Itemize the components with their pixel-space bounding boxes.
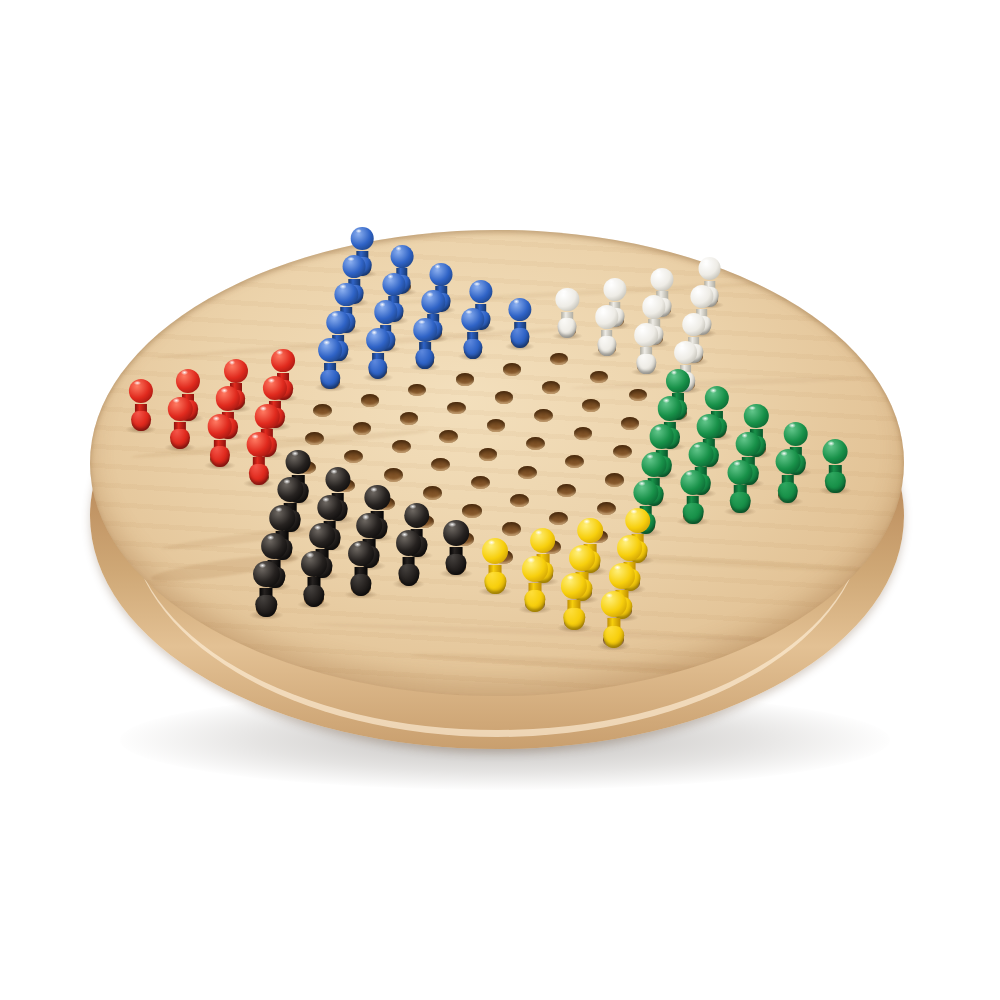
board-hole[interactable] — [502, 522, 521, 536]
peg-head — [609, 563, 635, 589]
peg-specular-highlight — [275, 507, 282, 512]
peg-specular-highlight — [466, 310, 473, 315]
peg-yellow[interactable] — [600, 591, 626, 648]
peg-black[interactable] — [396, 530, 422, 586]
peg-head — [286, 450, 311, 475]
peg-specular-highlight — [268, 378, 275, 383]
peg-specular-highlight — [267, 535, 274, 540]
peg-specular-highlight — [252, 434, 259, 439]
peg-head — [327, 311, 351, 335]
peg-head — [697, 414, 722, 439]
peg-specular-highlight — [348, 257, 354, 262]
peg-base — [558, 318, 577, 338]
peg-head — [689, 442, 714, 467]
peg-specular-highlight — [229, 360, 236, 365]
board-hole[interactable] — [462, 504, 481, 518]
peg-head — [682, 313, 706, 337]
peg-head — [301, 551, 327, 577]
peg-head — [461, 308, 484, 331]
board-hole[interactable] — [384, 468, 403, 481]
peg-specular-highlight — [212, 416, 219, 421]
board-hole[interactable] — [471, 476, 490, 489]
peg-specular-highlight — [354, 542, 361, 547]
peg-head — [569, 545, 595, 571]
peg-specular-highlight — [583, 519, 590, 524]
peg-specular-highlight — [741, 433, 748, 438]
peg-head — [530, 528, 556, 554]
board-hole[interactable] — [518, 466, 537, 479]
board-hole[interactable] — [565, 455, 584, 468]
peg-head — [728, 460, 753, 485]
peg-base — [210, 446, 230, 467]
peg-specular-highlight — [449, 522, 456, 527]
board-hole[interactable] — [503, 363, 521, 376]
peg-specular-highlight — [789, 423, 796, 428]
board-hole[interactable] — [439, 430, 458, 443]
peg-base — [603, 626, 625, 648]
peg-specular-highlight — [221, 388, 228, 393]
peg-head — [168, 397, 192, 421]
peg-specular-highlight — [638, 481, 645, 486]
board-hole[interactable] — [582, 399, 601, 412]
peg-head — [129, 379, 153, 403]
board-hole[interactable] — [392, 440, 411, 453]
peg-head — [522, 556, 548, 582]
peg-head — [651, 268, 674, 291]
peg-head — [365, 485, 390, 510]
board-hole[interactable] — [361, 394, 379, 407]
peg-base — [597, 336, 616, 356]
peg-specular-highlight — [781, 451, 788, 456]
peg-head — [390, 245, 413, 268]
board-hole[interactable] — [353, 422, 372, 435]
board-hole[interactable] — [534, 409, 553, 422]
peg-head — [270, 505, 296, 531]
peg-head — [253, 561, 279, 587]
peg-specular-highlight — [418, 320, 425, 325]
peg-green[interactable] — [775, 449, 800, 503]
peg-base — [463, 339, 482, 359]
peg-head — [680, 470, 705, 495]
peg-head — [482, 538, 508, 564]
peg-green[interactable] — [728, 460, 753, 514]
peg-specular-highlight — [323, 340, 330, 345]
peg-specular-highlight — [575, 547, 582, 552]
peg-head — [595, 305, 618, 328]
board-hole[interactable] — [456, 373, 474, 386]
board-hole[interactable] — [344, 450, 363, 463]
peg-base — [510, 328, 529, 348]
peg-blue[interactable] — [413, 318, 437, 369]
peg-head — [255, 404, 280, 429]
peg-specular-highlight — [733, 461, 740, 466]
peg-head — [784, 422, 809, 447]
peg-head — [775, 449, 800, 474]
peg-head — [561, 573, 587, 599]
peg-specular-highlight — [654, 426, 661, 431]
board-hole[interactable] — [305, 432, 324, 445]
board-hole[interactable] — [542, 381, 560, 394]
peg-green[interactable] — [823, 439, 848, 493]
peg-specular-highlight — [401, 532, 408, 537]
board-hole[interactable] — [431, 458, 450, 471]
peg-head — [633, 480, 658, 505]
peg-specular-highlight — [379, 302, 386, 307]
board-hole[interactable] — [597, 502, 616, 516]
peg-specular-highlight — [362, 514, 369, 519]
peg-green[interactable] — [680, 470, 705, 524]
peg-white[interactable] — [556, 288, 579, 338]
peg-specular-highlight — [291, 451, 298, 456]
board-hole[interactable] — [400, 412, 419, 425]
peg-head — [224, 359, 248, 383]
peg-head — [348, 541, 374, 567]
peg-head — [823, 439, 848, 464]
peg-blue[interactable] — [319, 338, 343, 389]
board-hole[interactable] — [549, 512, 568, 526]
peg-head — [343, 255, 366, 278]
peg-specular-highlight — [614, 565, 621, 570]
board-hole[interactable] — [313, 404, 332, 417]
board-lattice — [0, 0, 1000, 1000]
peg-specular-highlight — [647, 297, 654, 302]
peg-head — [666, 369, 690, 393]
peg-yellow[interactable] — [561, 573, 587, 630]
peg-specular-highlight — [679, 342, 686, 347]
peg-white[interactable] — [634, 323, 658, 374]
peg-head — [247, 432, 272, 457]
peg-red[interactable] — [129, 379, 153, 431]
peg-head — [603, 278, 626, 301]
peg-specular-highlight — [306, 552, 313, 557]
peg-head — [736, 432, 761, 457]
board-hole[interactable] — [557, 484, 576, 497]
peg-specular-highlight — [662, 398, 669, 403]
peg-head — [657, 396, 681, 420]
board-hole[interactable] — [574, 427, 593, 440]
peg-red[interactable] — [207, 414, 232, 467]
peg-head — [278, 477, 303, 502]
peg-yellow[interactable] — [483, 538, 509, 594]
peg-red[interactable] — [168, 397, 192, 450]
peg-specular-highlight — [567, 575, 574, 580]
peg-specular-highlight — [356, 229, 362, 234]
board-hole[interactable] — [629, 389, 647, 402]
peg-head — [335, 283, 358, 306]
peg-specular-highlight — [606, 593, 613, 598]
peg-specular-highlight — [702, 416, 709, 421]
chinese-checkers-photo — [0, 0, 1000, 1000]
board-hole[interactable] — [408, 384, 426, 397]
peg-head — [690, 285, 713, 308]
peg-head — [625, 508, 651, 534]
peg-black[interactable] — [301, 551, 327, 607]
peg-head — [634, 323, 658, 347]
peg-head — [577, 518, 603, 544]
peg-specular-highlight — [340, 284, 346, 289]
peg-base — [351, 574, 372, 596]
peg-head — [396, 530, 422, 556]
peg-head — [649, 424, 674, 449]
peg-specular-highlight — [435, 264, 441, 269]
peg-head — [215, 386, 239, 410]
peg-specular-highlight — [181, 370, 188, 375]
peg-specular-highlight — [276, 350, 283, 355]
peg-base — [730, 492, 751, 513]
peg-blue[interactable] — [366, 328, 390, 379]
peg-black[interactable] — [443, 520, 469, 575]
peg-specular-highlight — [330, 469, 337, 474]
peg-specular-highlight — [703, 259, 709, 264]
peg-head — [317, 495, 342, 520]
peg-head — [469, 280, 492, 303]
peg-specular-highlight — [630, 509, 637, 514]
peg-specular-highlight — [710, 388, 717, 393]
board-hole[interactable] — [447, 402, 466, 415]
peg-head — [641, 452, 666, 477]
peg-blue[interactable] — [508, 298, 531, 348]
peg-red[interactable] — [247, 432, 272, 485]
peg-specular-highlight — [387, 274, 393, 279]
peg-head — [698, 257, 721, 280]
peg-head — [443, 520, 469, 546]
peg-specular-highlight — [371, 330, 378, 335]
board-hole[interactable] — [550, 353, 568, 366]
peg-specular-highlight — [686, 471, 693, 476]
board-hole[interactable] — [605, 473, 624, 486]
peg-specular-highlight — [474, 282, 480, 287]
peg-specular-highlight — [600, 307, 607, 312]
peg-base — [683, 503, 704, 524]
peg-head — [351, 227, 374, 250]
peg-head — [318, 338, 342, 362]
peg-yellow[interactable] — [522, 556, 548, 612]
peg-head — [413, 318, 437, 342]
peg-specular-highlight — [687, 315, 694, 320]
peg-specular-highlight — [488, 540, 495, 545]
peg-white[interactable] — [595, 305, 618, 355]
peg-specular-highlight — [513, 299, 520, 304]
peg-specular-highlight — [370, 487, 377, 492]
peg-head — [309, 523, 335, 549]
peg-blue[interactable] — [461, 308, 484, 359]
board-hole[interactable] — [423, 486, 442, 499]
peg-head — [366, 328, 390, 352]
peg-base — [321, 370, 341, 390]
peg-specular-highlight — [409, 504, 416, 509]
board-hole[interactable] — [510, 494, 529, 508]
peg-head — [263, 376, 287, 400]
peg-head — [508, 298, 531, 321]
peg-head — [556, 288, 579, 311]
peg-base — [446, 554, 467, 576]
board-hole[interactable] — [590, 371, 608, 384]
peg-head — [705, 386, 729, 410]
board-hole[interactable] — [526, 437, 545, 450]
peg-specular-highlight — [395, 246, 401, 251]
peg-head — [207, 414, 232, 439]
peg-specular-highlight — [694, 444, 701, 449]
peg-head — [642, 295, 665, 318]
peg-specular-highlight — [260, 406, 267, 411]
peg-specular-highlight — [527, 557, 534, 562]
peg-specular-highlight — [608, 279, 614, 284]
peg-head — [261, 533, 287, 559]
peg-specular-highlight — [622, 537, 629, 542]
board-hole[interactable] — [613, 445, 632, 458]
peg-black[interactable] — [253, 561, 279, 617]
peg-head — [325, 467, 350, 492]
peg-head — [674, 341, 698, 365]
board-hole[interactable] — [487, 419, 506, 432]
peg-head — [744, 404, 768, 428]
peg-head — [176, 369, 200, 393]
peg-specular-highlight — [749, 406, 756, 411]
peg-specular-highlight — [426, 292, 433, 297]
peg-head — [430, 263, 453, 286]
peg-specular-highlight — [332, 312, 339, 317]
peg-base — [485, 572, 506, 594]
peg-specular-highlight — [671, 370, 678, 375]
peg-specular-highlight — [173, 398, 180, 403]
peg-specular-highlight — [656, 269, 662, 274]
peg-specular-highlight — [695, 287, 701, 292]
peg-specular-highlight — [134, 381, 141, 386]
peg-specular-highlight — [322, 497, 329, 502]
peg-specular-highlight — [828, 441, 835, 446]
peg-base — [398, 564, 419, 586]
peg-head — [617, 535, 643, 561]
peg-specular-highlight — [259, 563, 266, 568]
peg-head — [422, 290, 445, 313]
peg-specular-highlight — [561, 289, 567, 294]
board-hole[interactable] — [479, 448, 498, 461]
peg-head — [404, 503, 430, 529]
peg-specular-highlight — [283, 479, 290, 484]
peg-specular-highlight — [646, 454, 653, 459]
board-hole[interactable] — [621, 417, 640, 430]
peg-specular-highlight — [535, 530, 542, 535]
peg-head — [356, 513, 382, 539]
peg-specular-highlight — [314, 525, 321, 530]
peg-specular-highlight — [639, 325, 646, 330]
peg-head — [374, 300, 397, 323]
peg-black[interactable] — [348, 541, 374, 597]
peg-head — [382, 273, 405, 296]
peg-head — [600, 591, 626, 617]
board-hole[interactable] — [495, 391, 513, 404]
peg-head — [271, 349, 295, 373]
